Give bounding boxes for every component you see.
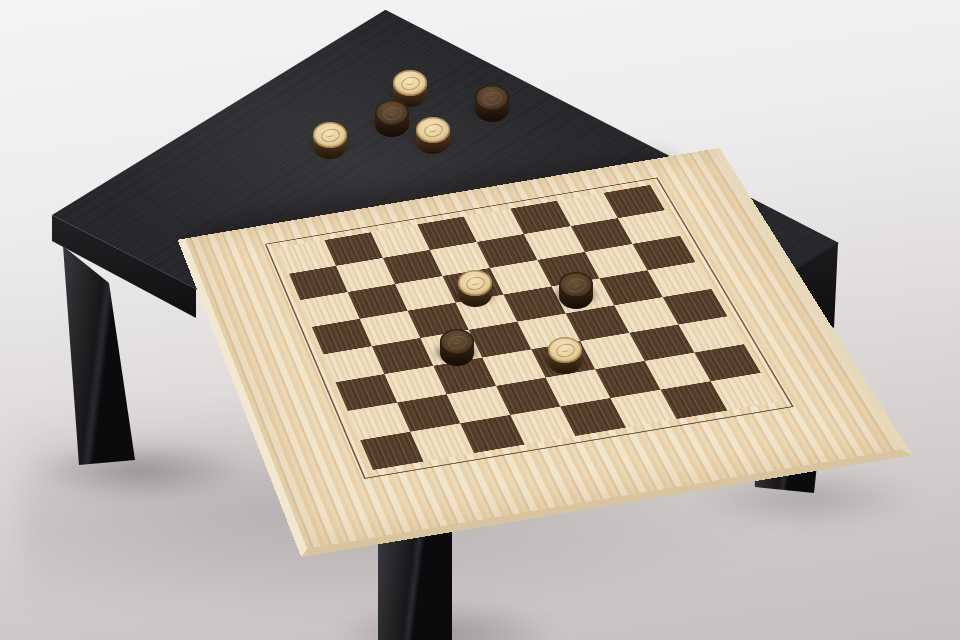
scene-checkers-photo: { "game": "checkers (draughts)", "scene"… [0,0,960,640]
game-board [278,185,778,470]
floor-shadow-left-leg [30,440,250,500]
